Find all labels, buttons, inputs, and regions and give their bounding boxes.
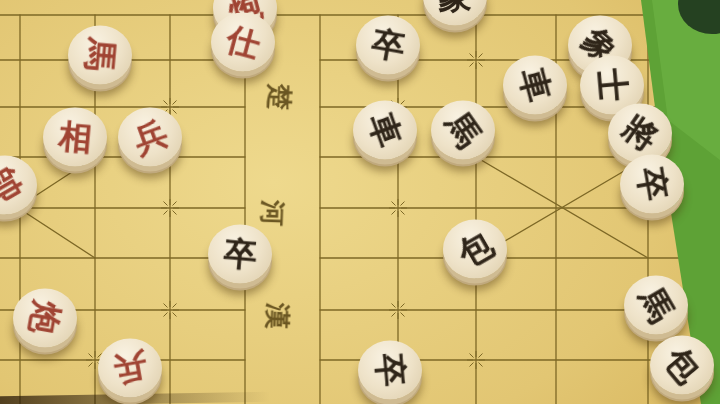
- red-elephant-glyph: 相: [57, 119, 93, 155]
- black-elephant-1-glyph: 象: [439, 0, 472, 13]
- piece-black-soldier-1[interactable]: 卒: [356, 16, 420, 75]
- piece-red-elephant[interactable]: 相: [43, 108, 107, 167]
- black-soldier-2-glyph: 卒: [633, 165, 671, 203]
- red-general-glyph: 帥: [0, 162, 28, 207]
- piece-black-chariot-2[interactable]: 車: [353, 101, 417, 160]
- black-chariot-1-glyph: 車: [515, 65, 555, 105]
- piece-red-horse[interactable]: 馬: [68, 26, 132, 85]
- piece-black-chariot-1[interactable]: 車: [503, 56, 567, 115]
- piece-black-horse-1[interactable]: 馬: [431, 101, 495, 160]
- black-horse-2-glyph: 馬: [633, 282, 678, 327]
- piece-red-general[interactable]: 帥: [0, 156, 37, 215]
- xiangqi-photo-scene: 楚河漢 炮仕馬相兵帥炮兵象卒象車士車馬將卒包卒馬包卒: [0, 0, 720, 404]
- piece-black-soldier-4[interactable]: 卒: [358, 341, 422, 400]
- black-soldier-4-glyph: 卒: [372, 352, 408, 388]
- piece-black-soldier-3[interactable]: 卒: [208, 225, 272, 284]
- black-horse-1-glyph: 馬: [440, 107, 486, 153]
- piece-black-elephant-1[interactable]: 象: [423, 0, 487, 26]
- black-soldier-1-glyph: 卒: [369, 26, 407, 64]
- piece-black-horse-2[interactable]: 馬: [624, 276, 688, 335]
- piece-black-cannon-1[interactable]: 包: [443, 220, 507, 279]
- red-cannon-2-glyph: 炮: [26, 299, 64, 337]
- piece-black-cannon-2[interactable]: 包: [650, 336, 714, 395]
- piece-red-soldier-1[interactable]: 兵: [118, 108, 182, 167]
- black-soldier-3-glyph: 卒: [222, 236, 258, 272]
- piece-black-soldier-2[interactable]: 卒: [620, 155, 684, 214]
- piece-red-cannon-2[interactable]: 炮: [13, 289, 77, 348]
- black-advisor-glyph: 士: [594, 67, 630, 103]
- piece-black-general[interactable]: 將: [608, 104, 672, 163]
- red-soldier-2-glyph: 兵: [111, 349, 149, 387]
- black-cannon-2-glyph: 包: [659, 342, 705, 388]
- piece-red-advisor[interactable]: 仕: [211, 13, 275, 72]
- piece-red-soldier-2[interactable]: 兵: [98, 339, 162, 398]
- piece-layer: 炮仕馬相兵帥炮兵象卒象車士車馬將卒包卒馬包卒: [0, 0, 720, 404]
- red-advisor-glyph: 仕: [223, 22, 263, 62]
- red-soldier-1-glyph: 兵: [129, 116, 171, 158]
- black-general-glyph: 將: [617, 110, 663, 156]
- red-horse-glyph: 馬: [82, 37, 118, 73]
- black-cannon-1-glyph: 包: [452, 226, 497, 271]
- black-chariot-2-glyph: 車: [364, 109, 406, 151]
